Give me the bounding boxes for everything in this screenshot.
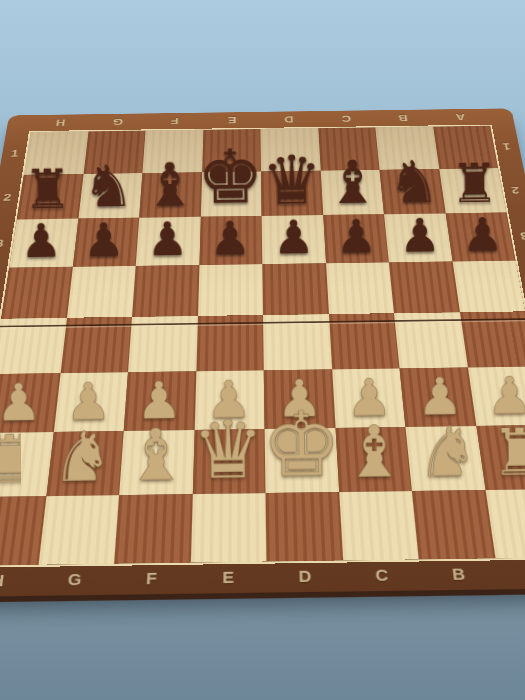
- dark-pawn-icon[interactable]: ♟: [20, 219, 62, 264]
- file-label: H: [0, 567, 38, 594]
- square-b7[interactable]: ♞: [405, 426, 485, 491]
- square-f4[interactable]: [132, 265, 199, 317]
- square-d8[interactable]: [265, 492, 342, 562]
- square-g4[interactable]: [67, 266, 136, 318]
- file-label: E: [203, 113, 260, 129]
- square-c3[interactable]: ♟: [323, 214, 389, 263]
- file-labels-bottom: HGFEDCBA: [0, 559, 525, 593]
- square-f3[interactable]: ♟: [136, 217, 201, 266]
- square-e3[interactable]: ♟: [199, 216, 262, 265]
- file-label: D: [266, 563, 344, 590]
- square-h7[interactable]: ♜: [0, 432, 53, 497]
- square-e4[interactable]: [198, 264, 263, 316]
- square-b3[interactable]: ♟: [384, 213, 452, 262]
- square-h4[interactable]: [1, 266, 72, 318]
- file-label: H: [31, 115, 90, 131]
- dark-pawn-icon[interactable]: ♟: [146, 217, 188, 262]
- dark-pawn-icon[interactable]: ♟: [83, 218, 125, 263]
- square-g3[interactable]: ♟: [72, 218, 139, 267]
- file-label: F: [146, 114, 204, 130]
- dark-pawn-icon[interactable]: ♟: [462, 213, 504, 258]
- light-bishop-icon[interactable]: ♝: [123, 421, 188, 490]
- file-label: F: [112, 565, 190, 592]
- dark-knight-icon[interactable]: ♞: [388, 155, 441, 211]
- light-rook-icon[interactable]: ♜: [0, 429, 39, 491]
- square-d4[interactable]: [262, 263, 328, 315]
- dark-bishop-icon[interactable]: ♝: [142, 157, 196, 214]
- chess-board: HGFEDCBA HGFEDCBA 12345678 12345678 ♜♞♝♚…: [0, 108, 525, 597]
- light-bishop-icon[interactable]: ♝: [342, 418, 407, 487]
- dark-pawn-icon[interactable]: ♟: [336, 214, 378, 259]
- square-b4[interactable]: [389, 261, 460, 313]
- square-d7[interactable]: ♚: [265, 428, 339, 493]
- square-d3[interactable]: ♟: [262, 215, 326, 264]
- dark-queen-icon[interactable]: ♛: [261, 148, 322, 213]
- square-c8[interactable]: [339, 491, 419, 561]
- file-label: C: [343, 562, 422, 589]
- square-c4[interactable]: [326, 262, 394, 314]
- dark-rook-icon[interactable]: ♜: [23, 164, 72, 216]
- file-label: B: [419, 560, 499, 587]
- board-grid: ♜♞♝♚♛♝♞♜♟♟♟♟♟♟♟♟♟♟♟♟♟♟♟♟♜♞♝♛♚♝♞♜: [0, 126, 525, 566]
- file-label: B: [374, 111, 433, 127]
- square-b8[interactable]: [412, 490, 495, 560]
- dark-bishop-icon[interactable]: ♝: [326, 154, 380, 211]
- dark-pawn-icon[interactable]: ♟: [399, 214, 441, 259]
- square-e7[interactable]: ♛: [192, 429, 265, 494]
- square-a4[interactable]: [452, 260, 525, 312]
- light-knight-icon[interactable]: ♞: [416, 419, 479, 485]
- light-rook-icon[interactable]: ♜: [491, 422, 525, 484]
- rank-label: 2: [500, 168, 525, 213]
- light-queen-icon[interactable]: ♛: [192, 411, 265, 488]
- chess-board-scene: HGFEDCBA HGFEDCBA 12345678 12345678 ♜♞♝♚…: [0, 21, 525, 609]
- dark-knight-icon[interactable]: ♞: [82, 159, 135, 215]
- dark-king-icon[interactable]: ♚: [197, 142, 265, 214]
- light-knight-icon[interactable]: ♞: [51, 424, 114, 490]
- dark-rook-icon[interactable]: ♜: [450, 158, 499, 210]
- square-e8[interactable]: [190, 493, 266, 563]
- file-label: D: [260, 112, 318, 128]
- square-f7[interactable]: ♝: [119, 430, 194, 495]
- file-label: G: [35, 566, 114, 593]
- file-label: A: [430, 110, 490, 126]
- square-a3[interactable]: ♟: [445, 213, 515, 262]
- dark-pawn-icon[interactable]: ♟: [209, 216, 251, 261]
- square-h3[interactable]: ♟: [9, 219, 78, 268]
- file-label: G: [88, 115, 146, 131]
- square-f8[interactable]: [114, 494, 192, 564]
- square-c7[interactable]: ♝: [335, 427, 412, 492]
- light-king-icon[interactable]: ♚: [261, 402, 342, 488]
- file-label: E: [189, 564, 266, 591]
- file-label: A: [495, 559, 525, 586]
- square-g7[interactable]: ♞: [46, 431, 124, 496]
- square-a7[interactable]: ♜: [476, 425, 525, 490]
- square-g8[interactable]: [38, 495, 119, 565]
- file-label: C: [317, 112, 375, 128]
- dark-pawn-icon[interactable]: ♟: [272, 215, 314, 260]
